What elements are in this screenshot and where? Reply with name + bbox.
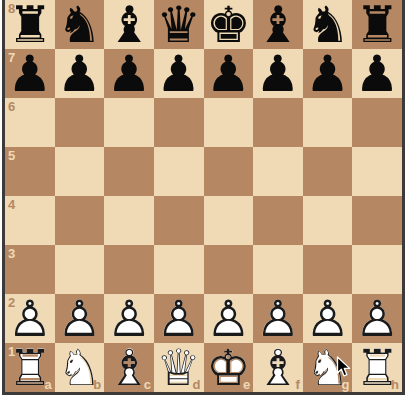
square-b1[interactable]: b♞♘ — [55, 343, 105, 392]
square-e3[interactable] — [204, 245, 254, 294]
square-b2[interactable]: ♟♙ — [55, 294, 105, 343]
rank-label-8: 8 — [8, 2, 15, 15]
square-f2[interactable]: ♟♙ — [253, 294, 303, 343]
square-d1[interactable]: d♛♕ — [154, 343, 204, 392]
square-h5[interactable] — [352, 147, 402, 196]
piece-black-rook[interactable]: ♜ — [352, 0, 402, 49]
piece-glyph: ♚ — [204, 0, 254, 49]
square-d3[interactable] — [154, 245, 204, 294]
piece-black-pawn[interactable]: ♟ — [104, 49, 154, 98]
square-a1[interactable]: 1a♜♖ — [5, 343, 55, 392]
square-h3[interactable] — [352, 245, 402, 294]
square-h6[interactable] — [352, 98, 402, 147]
square-c2[interactable]: ♟♙ — [104, 294, 154, 343]
square-h2[interactable]: ♟♙ — [352, 294, 402, 343]
chess-board-frame: 8♜♞♝♛♚♝♞♜7♟♟♟♟♟♟♟♟65432♟♙♟♙♟♙♟♙♟♙♟♙♟♙♟♙1… — [2, 0, 405, 395]
square-d2[interactable]: ♟♙ — [154, 294, 204, 343]
square-a4[interactable]: 4 — [5, 196, 55, 245]
piece-outline-glyph: ♙ — [352, 294, 402, 343]
square-g6[interactable] — [303, 98, 353, 147]
chess-board: 8♜♞♝♛♚♝♞♜7♟♟♟♟♟♟♟♟65432♟♙♟♙♟♙♟♙♟♙♟♙♟♙♟♙1… — [5, 0, 402, 392]
square-f1[interactable]: f♝♗ — [253, 343, 303, 392]
square-h4[interactable] — [352, 196, 402, 245]
square-b4[interactable] — [55, 196, 105, 245]
square-f7[interactable]: ♟ — [253, 49, 303, 98]
square-c4[interactable] — [104, 196, 154, 245]
piece-white-pawn[interactable]: ♟♙ — [55, 294, 105, 343]
piece-black-bishop[interactable]: ♝ — [104, 0, 154, 49]
square-g1[interactable]: g♞♘ — [303, 343, 353, 392]
square-d8[interactable]: ♛ — [154, 0, 204, 49]
piece-glyph: ♟ — [55, 49, 105, 98]
piece-glyph: ♟ — [303, 49, 353, 98]
piece-glyph: ♟ — [253, 49, 303, 98]
piece-black-knight[interactable]: ♞ — [303, 0, 353, 49]
file-label-d: d — [193, 378, 201, 391]
square-g8[interactable]: ♞ — [303, 0, 353, 49]
piece-glyph: ♟ — [154, 49, 204, 98]
square-a7[interactable]: 7♟ — [5, 49, 55, 98]
square-c1[interactable]: c♝♗ — [104, 343, 154, 392]
piece-white-pawn[interactable]: ♟♙ — [352, 294, 402, 343]
rank-label-7: 7 — [8, 51, 15, 64]
piece-white-pawn[interactable]: ♟♙ — [303, 294, 353, 343]
square-h1[interactable]: h♜♖ — [352, 343, 402, 392]
piece-black-pawn[interactable]: ♟ — [253, 49, 303, 98]
square-d7[interactable]: ♟ — [154, 49, 204, 98]
square-f6[interactable] — [253, 98, 303, 147]
square-c3[interactable] — [104, 245, 154, 294]
square-d4[interactable] — [154, 196, 204, 245]
square-g2[interactable]: ♟♙ — [303, 294, 353, 343]
piece-black-bishop[interactable]: ♝ — [253, 0, 303, 49]
piece-outline-glyph: ♙ — [303, 294, 353, 343]
square-g5[interactable] — [303, 147, 353, 196]
square-d5[interactable] — [154, 147, 204, 196]
piece-black-pawn[interactable]: ♟ — [154, 49, 204, 98]
piece-glyph: ♛ — [154, 0, 204, 49]
square-f4[interactable] — [253, 196, 303, 245]
piece-black-pawn[interactable]: ♟ — [303, 49, 353, 98]
piece-white-pawn[interactable]: ♟♙ — [154, 294, 204, 343]
rank-label-2: 2 — [8, 296, 15, 309]
rank-label-1: 1 — [8, 345, 15, 358]
piece-glyph: ♟ — [352, 49, 402, 98]
square-e8[interactable]: ♚ — [204, 0, 254, 49]
file-label-f: f — [295, 378, 299, 391]
file-label-h: h — [391, 378, 399, 391]
piece-black-queen[interactable]: ♛ — [154, 0, 204, 49]
piece-outline-glyph: ♙ — [154, 294, 204, 343]
piece-outline-glyph: ♙ — [55, 294, 105, 343]
piece-glyph: ♟ — [204, 49, 254, 98]
piece-black-pawn[interactable]: ♟ — [204, 49, 254, 98]
file-label-g: g — [341, 378, 349, 391]
file-label-a: a — [44, 378, 51, 391]
piece-glyph: ♞ — [303, 0, 353, 49]
square-g7[interactable]: ♟ — [303, 49, 353, 98]
piece-black-knight[interactable]: ♞ — [55, 0, 105, 49]
piece-black-pawn[interactable]: ♟ — [55, 49, 105, 98]
rank-label-5: 5 — [8, 149, 15, 162]
square-e5[interactable] — [204, 147, 254, 196]
piece-outline-glyph: ♙ — [253, 294, 303, 343]
square-e4[interactable] — [204, 196, 254, 245]
square-f5[interactable] — [253, 147, 303, 196]
square-b5[interactable] — [55, 147, 105, 196]
piece-white-pawn[interactable]: ♟♙ — [253, 294, 303, 343]
square-b7[interactable]: ♟ — [55, 49, 105, 98]
piece-black-king[interactable]: ♚ — [204, 0, 254, 49]
square-c6[interactable] — [104, 98, 154, 147]
piece-black-pawn[interactable]: ♟ — [352, 49, 402, 98]
square-f3[interactable] — [253, 245, 303, 294]
square-a5[interactable]: 5 — [5, 147, 55, 196]
file-label-b: b — [93, 378, 101, 391]
piece-glyph: ♜ — [352, 0, 402, 49]
rank-label-3: 3 — [8, 247, 15, 260]
square-e7[interactable]: ♟ — [204, 49, 254, 98]
piece-outline-glyph: ♙ — [204, 294, 254, 343]
square-e2[interactable]: ♟♙ — [204, 294, 254, 343]
square-g3[interactable] — [303, 245, 353, 294]
square-d6[interactable] — [154, 98, 204, 147]
square-e6[interactable] — [204, 98, 254, 147]
square-b8[interactable]: ♞ — [55, 0, 105, 49]
rank-label-4: 4 — [8, 198, 15, 211]
square-b3[interactable] — [55, 245, 105, 294]
square-g4[interactable] — [303, 196, 353, 245]
square-h8[interactable]: ♜ — [352, 0, 402, 49]
square-a2[interactable]: 2♟♙ — [5, 294, 55, 343]
square-c8[interactable]: ♝ — [104, 0, 154, 49]
square-c7[interactable]: ♟ — [104, 49, 154, 98]
square-a8[interactable]: 8♜ — [5, 0, 55, 49]
file-label-c: c — [144, 378, 151, 391]
piece-white-pawn[interactable]: ♟♙ — [204, 294, 254, 343]
square-h7[interactable]: ♟ — [352, 49, 402, 98]
file-label-e: e — [243, 378, 250, 391]
square-a3[interactable]: 3 — [5, 245, 55, 294]
square-b6[interactable] — [55, 98, 105, 147]
square-c5[interactable] — [104, 147, 154, 196]
piece-glyph: ♟ — [104, 49, 154, 98]
square-f8[interactable]: ♝ — [253, 0, 303, 49]
square-e1[interactable]: e♚♔ — [204, 343, 254, 392]
square-a6[interactable]: 6 — [5, 98, 55, 147]
rank-label-6: 6 — [8, 100, 15, 113]
piece-glyph: ♞ — [55, 0, 105, 49]
piece-outline-glyph: ♙ — [104, 294, 154, 343]
piece-glyph: ♝ — [104, 0, 154, 49]
piece-white-pawn[interactable]: ♟♙ — [104, 294, 154, 343]
piece-glyph: ♝ — [253, 0, 303, 49]
